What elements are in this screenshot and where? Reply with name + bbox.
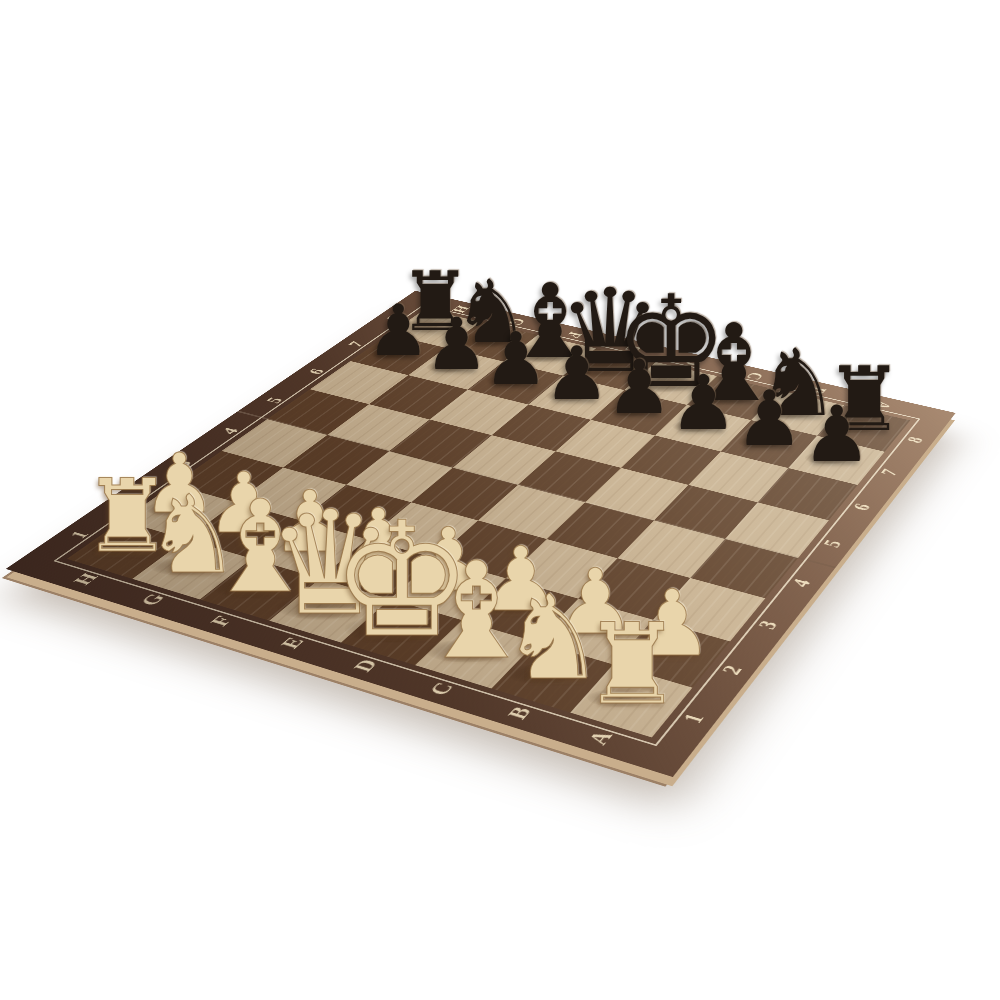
black-pawn-f7[interactable]: ♟ xyxy=(483,323,548,396)
pieces-layer: ♜♞♝♚♛♝♞♜♟♟♟♟♟♟♟♟♟♟♟♟♟♟♟♟♜♞♝♚♛♝♞♜ xyxy=(0,0,1000,1000)
black-pawn-a7[interactable]: ♟ xyxy=(802,396,872,474)
black-pawn-c7[interactable]: ♟ xyxy=(670,366,738,442)
black-pawn-e7[interactable]: ♟ xyxy=(544,337,610,411)
chess-set-photo: HH88GG77FF66EE55DD44CC33BB22AA11 ♜♞♝♚♛♝♞… xyxy=(0,0,1000,1000)
black-pawn-h7[interactable]: ♟ xyxy=(366,296,430,367)
white-rook-a1[interactable]: ♜ xyxy=(582,608,682,720)
black-pawn-b7[interactable]: ♟ xyxy=(735,381,804,458)
black-pawn-d7[interactable]: ♟ xyxy=(606,351,673,426)
black-pawn-g7[interactable]: ♟ xyxy=(424,309,488,381)
